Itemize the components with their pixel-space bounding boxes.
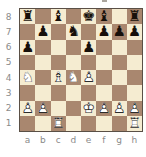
- piece-outline: ♙: [96, 101, 111, 116]
- square-e3[interactable]: [81, 85, 96, 100]
- chess-board: ♜♝♚♝♜♟♞♟♟♟♟♟♞♘♝♗♞♘♟♙♟♙♟♙♚♔♟♙♟♙♟♙♜♖♜♖: [19, 8, 143, 132]
- square-e1[interactable]: [81, 116, 96, 131]
- piece-white-knight: ♞♘: [20, 70, 35, 85]
- piece-white-knight: ♞♘: [66, 70, 81, 85]
- square-d2[interactable]: [66, 101, 81, 116]
- rank-label-3: 3: [1, 85, 16, 100]
- piece-white-pawn: ♟♙: [35, 101, 50, 116]
- square-g5[interactable]: [112, 55, 127, 70]
- piece-white-pawn: ♟♙: [20, 101, 35, 116]
- file-labels: abcdefgh: [20, 133, 142, 147]
- square-d8[interactable]: [66, 9, 81, 24]
- square-e4[interactable]: ♟♙: [81, 70, 96, 85]
- square-b7[interactable]: ♟: [35, 24, 50, 39]
- square-f1[interactable]: [96, 116, 111, 131]
- piece-black-bishop: ♝: [51, 9, 66, 24]
- rank-label-2: 2: [1, 101, 16, 116]
- file-label-f: f: [96, 133, 111, 147]
- piece-black-knight: ♞: [66, 24, 81, 39]
- square-h3[interactable]: [127, 85, 142, 100]
- square-e5[interactable]: [81, 55, 96, 70]
- square-a5[interactable]: [20, 55, 35, 70]
- rank-label-4: 4: [1, 70, 16, 85]
- square-h7[interactable]: ♟: [127, 24, 142, 39]
- square-g1[interactable]: [112, 116, 127, 131]
- piece-outline: ♙: [35, 101, 50, 116]
- square-a7[interactable]: [20, 24, 35, 39]
- square-f2[interactable]: ♟♙: [96, 101, 111, 116]
- chess-diagram: 87654321 ♜♝♚♝♜♟♞♟♟♟♟♟♞♘♝♗♞♘♟♙♟♙♟♙♚♔♟♙♟♙♟…: [0, 0, 146, 157]
- file-label-h: h: [127, 133, 142, 147]
- piece-black-pawn: ♟: [96, 24, 111, 39]
- square-a3[interactable]: [20, 85, 35, 100]
- square-a8[interactable]: ♜: [20, 9, 35, 24]
- piece-outline: ♘: [20, 70, 35, 85]
- cropped-text-artifact: [102, 0, 107, 2]
- piece-outline: ♗: [51, 70, 66, 85]
- file-label-g: g: [112, 133, 127, 147]
- square-d5[interactable]: [66, 55, 81, 70]
- square-b8[interactable]: [35, 9, 50, 24]
- file-label-b: b: [35, 133, 50, 147]
- piece-black-pawn: ♟: [127, 24, 142, 39]
- piece-white-rook: ♜♖: [51, 116, 66, 131]
- piece-black-rook: ♜: [127, 9, 142, 24]
- square-d3[interactable]: [66, 85, 81, 100]
- square-c1[interactable]: ♜♖: [51, 116, 66, 131]
- square-b2[interactable]: ♟♙: [35, 101, 50, 116]
- square-b6[interactable]: [35, 40, 50, 55]
- piece-white-rook: ♜♖: [127, 116, 142, 131]
- piece-white-king: ♚♔: [81, 101, 96, 116]
- square-c3[interactable]: [51, 85, 66, 100]
- square-c2[interactable]: [51, 101, 66, 116]
- piece-black-bishop: ♝: [96, 9, 111, 24]
- piece-white-pawn: ♟♙: [127, 101, 142, 116]
- square-b1[interactable]: [35, 116, 50, 131]
- square-c7[interactable]: [51, 24, 66, 39]
- square-c6[interactable]: [51, 40, 66, 55]
- piece-white-pawn: ♟♙: [81, 70, 96, 85]
- square-d7[interactable]: ♞: [66, 24, 81, 39]
- file-label-a: a: [20, 133, 35, 147]
- square-h5[interactable]: [127, 55, 142, 70]
- piece-outline: ♙: [127, 101, 142, 116]
- square-f6[interactable]: [96, 40, 111, 55]
- square-f3[interactable]: [96, 85, 111, 100]
- rank-labels: 87654321: [1, 9, 16, 131]
- square-h6[interactable]: [127, 40, 142, 55]
- square-h1[interactable]: ♜♖: [127, 116, 142, 131]
- square-a2[interactable]: ♟♙: [20, 101, 35, 116]
- piece-white-pawn: ♟♙: [112, 101, 127, 116]
- square-h2[interactable]: ♟♙: [127, 101, 142, 116]
- square-g7[interactable]: ♟: [112, 24, 127, 39]
- piece-outline: ♔: [81, 101, 96, 116]
- piece-black-pawn: ♟: [81, 40, 96, 55]
- square-b4[interactable]: [35, 70, 50, 85]
- file-label-e: e: [81, 133, 96, 147]
- rank-label-1: 1: [1, 116, 16, 131]
- square-d4[interactable]: ♞♘: [66, 70, 81, 85]
- file-label-c: c: [51, 133, 66, 147]
- square-g3[interactable]: [112, 85, 127, 100]
- piece-black-pawn: ♟: [35, 24, 50, 39]
- square-f7[interactable]: ♟: [96, 24, 111, 39]
- square-g2[interactable]: ♟♙: [112, 101, 127, 116]
- file-label-d: d: [66, 133, 81, 147]
- square-f4[interactable]: [96, 70, 111, 85]
- square-e6[interactable]: ♟: [81, 40, 96, 55]
- rank-label-5: 5: [1, 55, 16, 70]
- square-d1[interactable]: [66, 116, 81, 131]
- rank-label-6: 6: [1, 40, 16, 55]
- piece-outline: ♖: [127, 116, 142, 131]
- square-g8[interactable]: [112, 9, 127, 24]
- piece-black-pawn: ♟: [20, 40, 35, 55]
- square-h4[interactable]: [127, 70, 142, 85]
- square-g4[interactable]: [112, 70, 127, 85]
- piece-white-bishop: ♝♗: [51, 70, 66, 85]
- square-c4[interactable]: ♝♗: [51, 70, 66, 85]
- piece-black-king: ♚: [81, 9, 96, 24]
- square-f5[interactable]: [96, 55, 111, 70]
- piece-outline: ♖: [51, 116, 66, 131]
- square-b5[interactable]: [35, 55, 50, 70]
- rank-label-8: 8: [1, 9, 16, 24]
- square-e2[interactable]: ♚♔: [81, 101, 96, 116]
- piece-outline: ♙: [112, 101, 127, 116]
- square-a6[interactable]: ♟: [20, 40, 35, 55]
- square-g6[interactable]: [112, 40, 127, 55]
- rank-label-7: 7: [1, 24, 16, 39]
- square-b3[interactable]: [35, 85, 50, 100]
- piece-white-pawn: ♟♙: [96, 101, 111, 116]
- square-c5[interactable]: [51, 55, 66, 70]
- square-e8[interactable]: ♚: [81, 9, 96, 24]
- square-c8[interactable]: ♝: [51, 9, 66, 24]
- square-f8[interactable]: ♝: [96, 9, 111, 24]
- piece-black-pawn: ♟: [112, 24, 127, 39]
- piece-outline: ♙: [20, 101, 35, 116]
- piece-outline: ♘: [66, 70, 81, 85]
- square-e7[interactable]: [81, 24, 96, 39]
- piece-black-rook: ♜: [20, 9, 35, 24]
- square-d6[interactable]: [66, 40, 81, 55]
- square-a1[interactable]: [20, 116, 35, 131]
- square-a4[interactable]: ♞♘: [20, 70, 35, 85]
- square-h8[interactable]: ♜: [127, 9, 142, 24]
- piece-outline: ♙: [81, 70, 96, 85]
